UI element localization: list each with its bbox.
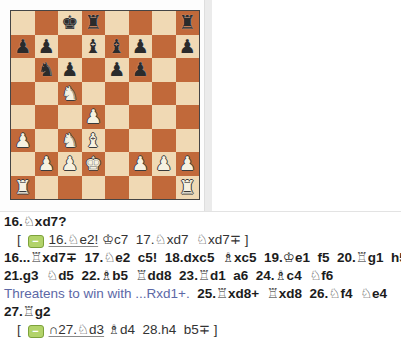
variation-link[interactable]: ∩27.♘d3 [49, 322, 105, 337]
notation-line-6: 27.♖g2 [0, 303, 401, 321]
white-knight: ♞ [61, 129, 78, 153]
black-pawn: ♟ [61, 58, 78, 82]
square-h2[interactable]: ♟ [176, 152, 200, 176]
square-g4[interactable] [152, 105, 176, 129]
square-f8[interactable] [129, 11, 153, 35]
square-d2[interactable]: ♚ [82, 152, 106, 176]
variation-moves: ♔c7 17.♘xd7 ♘xd7∓ [98, 232, 241, 247]
square-h4[interactable] [176, 105, 200, 129]
white-knight: ♞ [61, 82, 78, 106]
square-f6[interactable]: ♟ [129, 58, 153, 82]
mainline-moves[interactable]: 16...♖xd7∓ 17.♘e2 c5! 18.dxc5 ♗xc5 19.♔e… [4, 250, 401, 265]
square-c4[interactable] [58, 105, 82, 129]
square-h1[interactable]: ♜ [176, 176, 200, 200]
white-pawn: ♟ [132, 152, 149, 176]
annotation-comment: Threatens to win with ...Rxd1+. [4, 286, 190, 301]
square-h7[interactable]: ♟ [176, 35, 200, 59]
square-a8[interactable] [11, 11, 35, 35]
white-king: ♚ [85, 152, 102, 176]
square-e5[interactable] [105, 82, 129, 106]
square-d3[interactable]: ♝ [82, 129, 106, 153]
square-g7[interactable] [152, 35, 176, 59]
square-d4[interactable]: ♟ [82, 105, 106, 129]
notation-line-7: [ −∩27.♘d3 ♗d4 28.h4 b5∓ ] [0, 321, 401, 339]
white-pawn: ♟ [38, 152, 55, 176]
bracket: ] [210, 322, 218, 337]
square-f7[interactable]: ♟ [129, 35, 153, 59]
square-a4[interactable] [11, 105, 35, 129]
square-b3[interactable] [35, 129, 59, 153]
square-d1[interactable] [82, 176, 106, 200]
black-king: ♚ [61, 11, 78, 35]
square-a2[interactable] [11, 152, 35, 176]
black-pawn: ♟ [14, 35, 31, 59]
square-e2[interactable] [105, 152, 129, 176]
mainline-moves[interactable]: 25.♖xd8+ ♖xd8 26.♘f4 ♘e4 [190, 286, 387, 301]
square-c3[interactable]: ♞ [58, 129, 82, 153]
square-b2[interactable]: ♟ [35, 152, 59, 176]
square-g5[interactable] [152, 82, 176, 106]
square-a7[interactable]: ♟ [11, 35, 35, 59]
notation-line-2: [ −16.♘e2! ♔c7 17.♘xd7 ♘xd7∓ ] [0, 231, 401, 249]
evaluation-badge-icon: − [28, 325, 44, 338]
square-c2[interactable]: ♟ [58, 152, 82, 176]
square-b1[interactable] [35, 176, 59, 200]
black-rook: ♜ [179, 11, 196, 35]
mainline-moves[interactable]: 16.♘xd7? [4, 214, 66, 229]
square-c7[interactable] [58, 35, 82, 59]
chess-board[interactable]: ♚♜♜♟♟♝♝♟♟♞♟♟♟♞♟♟♞♝♟♟♚♟♟♟♜♜ [10, 10, 200, 200]
square-b5[interactable] [35, 82, 59, 106]
square-c6[interactable]: ♟ [58, 58, 82, 82]
square-d8[interactable]: ♜ [82, 11, 106, 35]
square-d7[interactable]: ♝ [82, 35, 106, 59]
bracket: [ [17, 322, 25, 337]
black-rook: ♜ [85, 11, 102, 35]
analysis-window: { "game": "chess", "position": { "fen": … [0, 0, 401, 350]
white-pawn: ♟ [85, 105, 102, 129]
bracket: ] [241, 232, 249, 247]
square-h8[interactable]: ♜ [176, 11, 200, 35]
black-bishop: ♝ [85, 35, 102, 59]
square-c5[interactable]: ♞ [58, 82, 82, 106]
square-e4[interactable] [105, 105, 129, 129]
square-e1[interactable] [105, 176, 129, 200]
square-b6[interactable]: ♞ [35, 58, 59, 82]
square-e8[interactable] [105, 11, 129, 35]
square-a1[interactable]: ♜ [11, 176, 35, 200]
mainline-moves[interactable]: 21.g3 ♘d5 22.♗b5 ♖dd8 23.♖d1 a6 24.♗c4 ♘… [4, 268, 333, 283]
square-h6[interactable] [176, 58, 200, 82]
notation-line-3: 16...♖xd7∓ 17.♘e2 c5! 18.dxc5 ♗xc5 19.♔e… [0, 249, 401, 267]
bracket: [ [17, 232, 25, 247]
diagram-pane: ♚♜♜♟♟♝♝♟♟♞♟♟♟♞♟♟♞♝♟♟♚♟♟♟♜♜ [0, 0, 204, 211]
black-bishop: ♝ [108, 35, 125, 59]
white-pawn: ♟ [14, 129, 31, 153]
black-pawn: ♟ [108, 58, 125, 82]
black-pawn: ♟ [132, 35, 149, 59]
notation-line-1: 16.♘xd7? [0, 213, 401, 231]
square-g6[interactable] [152, 58, 176, 82]
square-a5[interactable] [11, 82, 35, 106]
square-b7[interactable]: ♟ [35, 35, 59, 59]
square-c1[interactable] [58, 176, 82, 200]
black-pawn: ♟ [179, 35, 196, 59]
white-rook: ♜ [14, 176, 31, 200]
square-h5[interactable] [176, 82, 200, 106]
square-g8[interactable] [152, 11, 176, 35]
square-c8[interactable]: ♚ [58, 11, 82, 35]
black-pawn: ♟ [132, 58, 149, 82]
white-pawn: ♟ [155, 152, 172, 176]
square-f4[interactable] [129, 105, 153, 129]
variation-moves: ♗d4 28.h4 b5∓ [104, 322, 210, 337]
square-e6[interactable]: ♟ [105, 58, 129, 82]
square-a6[interactable] [11, 58, 35, 82]
square-f3[interactable] [129, 129, 153, 153]
notation-line-5: Threatens to win with ...Rxd1+. 25.♖xd8+… [0, 285, 401, 303]
black-pawn: ♟ [38, 35, 55, 59]
square-d5[interactable] [82, 82, 106, 106]
square-b4[interactable] [35, 105, 59, 129]
variation-link[interactable]: 16.♘e2! [49, 232, 99, 247]
square-b8[interactable] [35, 11, 59, 35]
mainline-moves[interactable]: 27.♖g2 [4, 304, 51, 319]
square-f1[interactable] [129, 176, 153, 200]
square-a3[interactable]: ♟ [11, 129, 35, 153]
square-g1[interactable] [152, 176, 176, 200]
white-rook: ♜ [179, 176, 196, 200]
pane-divider [0, 211, 401, 212]
notation-line-4: 21.g3 ♘d5 22.♗b5 ♖dd8 23.♖d1 a6 24.♗c4 ♘… [0, 267, 401, 285]
square-f2[interactable]: ♟ [129, 152, 153, 176]
notation-panel: 16.♘xd7?[ −16.♘e2! ♔c7 17.♘xd7 ♘xd7∓ ]16… [0, 213, 401, 339]
square-d6[interactable] [82, 58, 106, 82]
square-g2[interactable]: ♟ [152, 152, 176, 176]
pane-scrollbar[interactable] [204, 0, 212, 211]
square-g3[interactable] [152, 129, 176, 153]
white-pawn: ♟ [61, 152, 78, 176]
square-h3[interactable] [176, 129, 200, 153]
square-e7[interactable]: ♝ [105, 35, 129, 59]
white-pawn: ♟ [179, 152, 196, 176]
square-e3[interactable] [105, 129, 129, 153]
white-bishop: ♝ [85, 129, 102, 153]
square-f5[interactable] [129, 82, 153, 106]
evaluation-badge-icon: − [28, 235, 44, 248]
black-knight: ♞ [38, 58, 55, 82]
